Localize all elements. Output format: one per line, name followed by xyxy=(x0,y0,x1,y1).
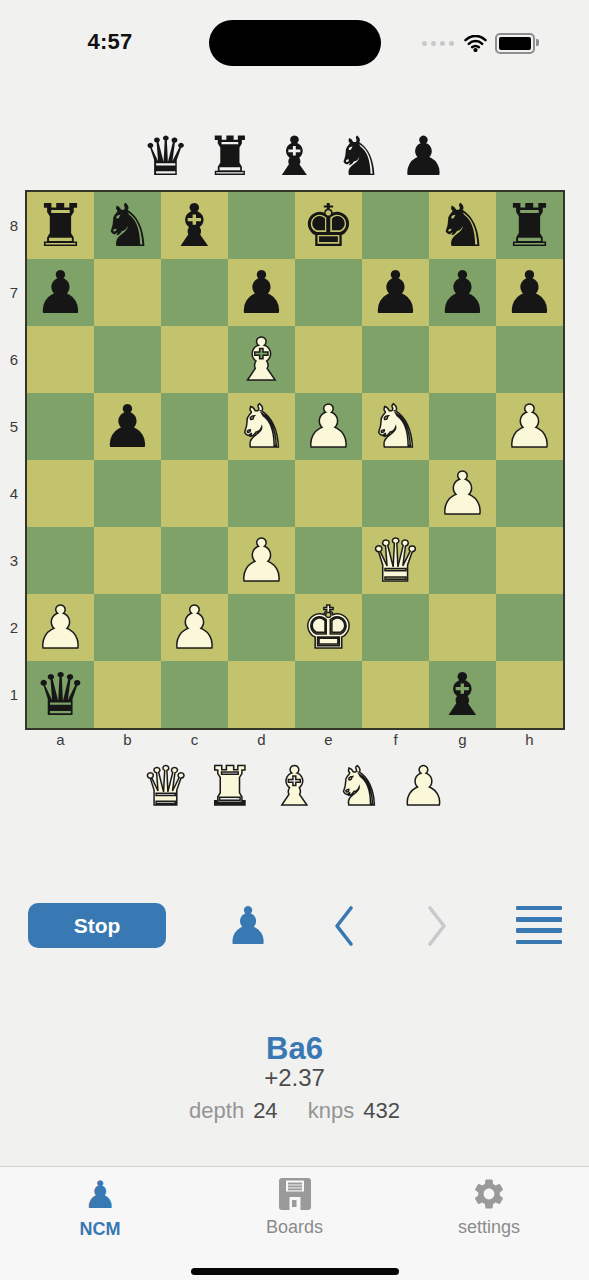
engine-stats: depth24 knps432 xyxy=(0,1098,589,1124)
square-e2[interactable]: ♚ xyxy=(295,594,362,661)
black-rook: ♜ xyxy=(34,196,87,255)
black-rook[interactable]: ♜ xyxy=(206,130,254,184)
square-a6[interactable] xyxy=(27,326,94,393)
battery-icon xyxy=(495,33,535,54)
square-d5[interactable]: ♞ xyxy=(228,393,295,460)
square-b1[interactable] xyxy=(94,661,161,728)
square-g6[interactable] xyxy=(429,326,496,393)
square-g5[interactable] xyxy=(429,393,496,460)
square-e4[interactable] xyxy=(295,460,362,527)
black-king: ♚ xyxy=(302,196,355,255)
black-bishop[interactable]: ♝ xyxy=(270,130,318,184)
captured-white-pieces-tray: ♛♜♝♞♟ xyxy=(0,752,589,814)
square-h7[interactable]: ♟ xyxy=(496,259,563,326)
rank-label-4: 4 xyxy=(0,460,21,527)
file-label-h: h xyxy=(496,731,563,748)
tab-ncm-label: NCM xyxy=(80,1219,121,1240)
square-c6[interactable] xyxy=(161,326,228,393)
tab-ncm[interactable]: ♟ NCM xyxy=(40,1176,160,1280)
rank-label-6: 6 xyxy=(0,326,21,393)
black-pawn: ♟ xyxy=(34,263,87,322)
knps-value: 432 xyxy=(363,1098,400,1123)
depth-label: depth xyxy=(189,1098,244,1123)
captured-black-pieces-tray: ♛♜♝♞♟ xyxy=(0,122,589,184)
black-pawn: ♟ xyxy=(503,263,556,322)
evaluation-score: +2.37 xyxy=(0,1064,589,1092)
square-f4[interactable] xyxy=(362,460,429,527)
file-labels: abcdefgh xyxy=(27,731,563,748)
square-b8[interactable]: ♞ xyxy=(94,192,161,259)
dynamic-island xyxy=(209,20,381,66)
square-b7[interactable] xyxy=(94,259,161,326)
pawn-icon: ♟ xyxy=(83,1176,117,1214)
square-g8[interactable]: ♞ xyxy=(429,192,496,259)
square-g3[interactable] xyxy=(429,527,496,594)
floppy-disk-icon xyxy=(277,1176,313,1212)
black-knight[interactable]: ♞ xyxy=(335,130,383,184)
file-label-a: a xyxy=(27,731,94,748)
rank-labels: 87654321 xyxy=(0,192,21,728)
square-h5[interactable]: ♟ xyxy=(496,393,563,460)
file-label-e: e xyxy=(295,731,362,748)
white-knight[interactable]: ♞ xyxy=(335,760,383,814)
white-pawn: ♟ xyxy=(168,598,221,657)
square-h4[interactable] xyxy=(496,460,563,527)
tab-settings-label: settings xyxy=(458,1217,520,1238)
square-d7[interactable]: ♟ xyxy=(228,259,295,326)
white-bishop: ♝ xyxy=(235,330,288,389)
square-f7[interactable]: ♟ xyxy=(362,259,429,326)
black-bishop: ♝ xyxy=(436,665,489,724)
white-pawn: ♟ xyxy=(503,397,556,456)
square-g1[interactable]: ♝ xyxy=(429,661,496,728)
tab-settings[interactable]: settings xyxy=(429,1176,549,1280)
app-screen: 4:57 ♛♜♝♞♟ 87654321 ♜♞♝♚♞♜♟♟♟♟♟♝♟♞♟♞♟♟♟♛… xyxy=(0,0,589,1280)
status-time: 4:57 xyxy=(78,29,142,55)
square-c7[interactable] xyxy=(161,259,228,326)
status-icons xyxy=(422,33,535,54)
rank-label-3: 3 xyxy=(0,527,21,594)
rank-label-2: 2 xyxy=(0,594,21,661)
black-knight: ♞ xyxy=(101,196,154,255)
file-label-c: c xyxy=(161,731,228,748)
black-bishop: ♝ xyxy=(168,196,221,255)
rank-label-8: 8 xyxy=(0,192,21,259)
white-knight: ♞ xyxy=(369,397,422,456)
white-knight: ♞ xyxy=(235,397,288,456)
square-f1[interactable] xyxy=(362,661,429,728)
square-c1[interactable] xyxy=(161,661,228,728)
square-h2[interactable] xyxy=(496,594,563,661)
square-e7[interactable] xyxy=(295,259,362,326)
black-queen: ♛ xyxy=(34,665,87,724)
black-queen[interactable]: ♛ xyxy=(141,130,189,184)
black-pawn: ♟ xyxy=(369,263,422,322)
rank-label-1: 1 xyxy=(0,661,21,728)
cellular-signal-icon xyxy=(422,41,454,46)
square-a5[interactable] xyxy=(27,393,94,460)
black-knight: ♞ xyxy=(436,196,489,255)
white-bishop[interactable]: ♝ xyxy=(270,760,318,814)
square-f3[interactable]: ♛ xyxy=(362,527,429,594)
tab-boards-label: Boards xyxy=(266,1217,323,1238)
tab-bar: ♟ NCM Boards settings xyxy=(0,1166,589,1280)
square-h6[interactable] xyxy=(496,326,563,393)
square-h1[interactable] xyxy=(496,661,563,728)
file-label-f: f xyxy=(362,731,429,748)
square-f2[interactable] xyxy=(362,594,429,661)
square-a1[interactable]: ♛ xyxy=(27,661,94,728)
file-label-g: g xyxy=(429,731,496,748)
square-b6[interactable] xyxy=(94,326,161,393)
square-d4[interactable] xyxy=(228,460,295,527)
square-a3[interactable] xyxy=(27,527,94,594)
white-pawn: ♟ xyxy=(436,464,489,523)
chess-board[interactable]: ♜♞♝♚♞♜♟♟♟♟♟♝♟♞♟♞♟♟♟♛♟♟♚♛♝ xyxy=(25,190,565,730)
tab-boards[interactable]: Boards xyxy=(235,1176,355,1280)
square-d6[interactable]: ♝ xyxy=(228,326,295,393)
square-b3[interactable] xyxy=(94,527,161,594)
square-c5[interactable] xyxy=(161,393,228,460)
best-move: Ba6 xyxy=(0,1031,589,1067)
white-pawn: ♟ xyxy=(302,397,355,456)
white-pawn: ♟ xyxy=(34,598,87,657)
square-g7[interactable]: ♟ xyxy=(429,259,496,326)
square-b2[interactable] xyxy=(94,594,161,661)
square-e3[interactable] xyxy=(295,527,362,594)
rank-label-5: 5 xyxy=(0,393,21,460)
forward-button[interactable] xyxy=(424,903,450,949)
square-b4[interactable] xyxy=(94,460,161,527)
status-bar: 4:57 xyxy=(0,0,589,80)
knps-label: knps xyxy=(308,1098,354,1123)
square-d8[interactable] xyxy=(228,192,295,259)
white-queen[interactable]: ♛ xyxy=(141,760,189,814)
gear-icon xyxy=(471,1176,507,1212)
white-pawn: ♟ xyxy=(235,531,288,590)
black-pawn: ♟ xyxy=(101,397,154,456)
square-a4[interactable] xyxy=(27,460,94,527)
square-d3[interactable]: ♟ xyxy=(228,527,295,594)
square-a7[interactable]: ♟ xyxy=(27,259,94,326)
square-g2[interactable] xyxy=(429,594,496,661)
black-pawn: ♟ xyxy=(235,263,288,322)
depth-value: 24 xyxy=(253,1098,277,1123)
wifi-icon xyxy=(464,35,487,52)
square-h3[interactable] xyxy=(496,527,563,594)
side-to-move-pawn-icon[interactable]: ♟ xyxy=(221,899,275,953)
square-f8[interactable] xyxy=(362,192,429,259)
white-rook[interactable]: ♜ xyxy=(206,760,254,814)
rank-label-7: 7 xyxy=(0,259,21,326)
square-g4[interactable]: ♟ xyxy=(429,460,496,527)
white-pawn[interactable]: ♟ xyxy=(399,760,447,814)
back-button[interactable] xyxy=(331,903,357,949)
white-king: ♚ xyxy=(302,598,355,657)
square-c8[interactable]: ♝ xyxy=(161,192,228,259)
square-c4[interactable] xyxy=(161,460,228,527)
black-pawn[interactable]: ♟ xyxy=(399,130,447,184)
stop-button[interactable]: Stop xyxy=(28,903,166,948)
file-label-d: d xyxy=(228,731,295,748)
black-rook: ♜ xyxy=(503,196,556,255)
square-c2[interactable]: ♟ xyxy=(161,594,228,661)
square-e5[interactable]: ♟ xyxy=(295,393,362,460)
square-f5[interactable]: ♞ xyxy=(362,393,429,460)
square-d1[interactable] xyxy=(228,661,295,728)
square-a2[interactable]: ♟ xyxy=(27,594,94,661)
square-a8[interactable]: ♜ xyxy=(27,192,94,259)
square-d2[interactable] xyxy=(228,594,295,661)
white-queen: ♛ xyxy=(369,531,422,590)
square-c3[interactable] xyxy=(161,527,228,594)
square-e8[interactable]: ♚ xyxy=(295,192,362,259)
square-e6[interactable] xyxy=(295,326,362,393)
file-label-b: b xyxy=(94,731,161,748)
square-b5[interactable]: ♟ xyxy=(94,393,161,460)
menu-button[interactable] xyxy=(516,906,562,944)
home-indicator[interactable] xyxy=(191,1268,399,1275)
square-f6[interactable] xyxy=(362,326,429,393)
square-e1[interactable] xyxy=(295,661,362,728)
square-h8[interactable]: ♜ xyxy=(496,192,563,259)
black-pawn: ♟ xyxy=(436,263,489,322)
